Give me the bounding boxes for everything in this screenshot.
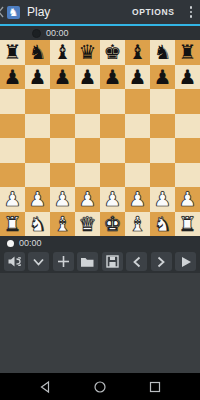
page-title: Play [27,5,132,19]
piece-black-rook: ♜ [4,40,22,64]
square-g2[interactable]: ♟ [150,187,175,212]
square-f1[interactable]: ♝ [125,212,150,237]
white-player-dot [7,240,14,247]
square-b4[interactable] [25,138,50,163]
square-f4[interactable] [125,138,150,163]
square-f7[interactable]: ♟ [125,65,150,90]
piece-white-pawn: ♟ [104,187,122,211]
white-clock: 00:00 [0,236,200,250]
square-c4[interactable] [50,138,75,163]
prev-move-button[interactable] [126,252,147,271]
square-c1[interactable]: ♝ [50,212,75,237]
piece-black-pawn: ♟ [4,65,22,89]
piece-black-king: ♚ [104,40,122,64]
square-e8[interactable]: ♚ [100,40,125,65]
black-player-dot [32,29,41,38]
square-h7[interactable]: ♟ [175,65,200,90]
piece-white-pawn: ♟ [79,187,97,211]
open-game-button[interactable] [77,252,98,271]
square-e5[interactable] [100,114,125,139]
piece-black-pawn: ♟ [29,65,47,89]
volume-button[interactable] [4,252,25,271]
save-floppy-icon [106,255,119,268]
piece-white-knight: ♞ [29,212,47,236]
square-a4[interactable] [0,138,25,163]
square-d6[interactable] [75,89,100,114]
android-nav-bar [0,373,200,400]
square-a8[interactable]: ♜ [0,40,25,65]
square-b1[interactable]: ♞ [25,212,50,237]
square-f2[interactable]: ♟ [125,187,150,212]
piece-white-king: ♚ [104,212,122,236]
square-b2[interactable]: ♟ [25,187,50,212]
square-f8[interactable]: ♝ [125,40,150,65]
new-game-button[interactable] [53,252,74,271]
square-e6[interactable] [100,89,125,114]
square-d3[interactable] [75,163,100,188]
volume-icon [7,255,21,268]
square-g3[interactable] [150,163,175,188]
black-clock-time: 00:00 [46,28,69,38]
square-a7[interactable]: ♟ [0,65,25,90]
square-c3[interactable] [50,163,75,188]
chess-app-screen: ♞ Play OPTIONS 00:00 ♜♞♝♛♚♝♞♜♟♟♟♟♟♟♟♟♟♟♟… [0,0,200,400]
square-a3[interactable] [0,163,25,188]
square-d2[interactable]: ♟ [75,187,100,212]
square-d5[interactable] [75,114,100,139]
square-e4[interactable] [100,138,125,163]
piece-white-pawn: ♟ [29,187,47,211]
square-h5[interactable] [175,114,200,139]
square-g6[interactable] [150,89,175,114]
play-forward-button[interactable] [175,252,196,271]
square-g7[interactable]: ♟ [150,65,175,90]
square-b8[interactable]: ♞ [25,40,50,65]
square-f3[interactable] [125,163,150,188]
piece-black-pawn: ♟ [79,65,97,89]
open-folder-icon [80,256,95,268]
square-d1[interactable]: ♛ [75,212,100,237]
next-move-button[interactable] [151,252,172,271]
square-a5[interactable] [0,114,25,139]
back-triangle-icon[interactable] [38,380,52,394]
piece-white-queen: ♛ [79,212,97,236]
piece-black-bishop: ♝ [54,40,72,64]
next-move-icon [156,256,166,268]
square-g8[interactable]: ♞ [150,40,175,65]
action-bar: ♞ Play OPTIONS [0,0,200,24]
piece-white-bishop: ♝ [129,212,147,236]
square-f6[interactable] [125,89,150,114]
piece-white-pawn: ♟ [54,187,72,211]
save-game-button[interactable] [102,252,123,271]
black-clock: 00:00 [0,26,200,40]
square-f5[interactable] [125,114,150,139]
square-c8[interactable]: ♝ [50,40,75,65]
piece-black-queen: ♛ [79,40,97,64]
square-g1[interactable]: ♞ [150,212,175,237]
options-button[interactable]: OPTIONS [132,7,174,17]
square-h3[interactable] [175,163,200,188]
piece-white-pawn: ♟ [129,187,147,211]
prev-move-icon [132,256,142,268]
chess-board: ♜♞♝♛♚♝♞♜♟♟♟♟♟♟♟♟♟♟♟♟♟♟♟♟♜♞♝♛♚♝♞♜ [0,40,200,236]
play-forward-icon [180,256,192,268]
three-dot-menu-icon[interactable] [188,4,195,20]
piece-black-pawn: ♟ [129,65,147,89]
chess-knight-app-icon[interactable]: ♞ [7,6,20,19]
back-caret-icon[interactable] [0,6,5,18]
piece-white-pawn: ♟ [179,187,197,211]
square-e1[interactable]: ♚ [100,212,125,237]
square-c6[interactable] [50,89,75,114]
square-b7[interactable]: ♟ [25,65,50,90]
square-a2[interactable]: ♟ [0,187,25,212]
square-a6[interactable] [0,89,25,114]
square-d7[interactable]: ♟ [75,65,100,90]
square-h4[interactable] [175,138,200,163]
piece-black-knight: ♞ [29,40,47,64]
piece-black-knight: ♞ [154,40,172,64]
square-h1[interactable]: ♜ [175,212,200,237]
piece-black-pawn: ♟ [54,65,72,89]
square-b6[interactable] [25,89,50,114]
piece-black-bishop: ♝ [129,40,147,64]
square-b5[interactable] [25,114,50,139]
empty-area [0,273,200,373]
piece-white-pawn: ♟ [154,187,172,211]
piece-black-pawn: ♟ [104,65,122,89]
piece-white-pawn: ♟ [4,187,22,211]
home-circle-icon[interactable] [93,380,107,394]
piece-black-pawn: ♟ [179,65,197,89]
piece-white-rook: ♜ [179,212,197,236]
plus-icon [57,255,70,268]
square-e3[interactable] [100,163,125,188]
square-c2[interactable]: ♟ [50,187,75,212]
square-h6[interactable] [175,89,200,114]
piece-white-bishop: ♝ [54,212,72,236]
white-clock-time: 00:00 [19,238,42,248]
square-h2[interactable]: ♟ [175,187,200,212]
square-e7[interactable]: ♟ [100,65,125,90]
game-toolbar [0,250,200,273]
chevron-down-icon [32,257,45,267]
collapse-button[interactable] [28,252,49,271]
square-h8[interactable]: ♜ [175,40,200,65]
square-g4[interactable] [150,138,175,163]
piece-white-rook: ♜ [4,212,22,236]
square-e2[interactable]: ♟ [100,187,125,212]
recents-square-icon[interactable] [148,380,162,394]
square-a1[interactable]: ♜ [0,212,25,237]
piece-black-rook: ♜ [179,40,197,64]
piece-white-knight: ♞ [154,212,172,236]
square-c7[interactable]: ♟ [50,65,75,90]
square-b3[interactable] [25,163,50,188]
square-g5[interactable] [150,114,175,139]
square-c5[interactable] [50,114,75,139]
square-d4[interactable] [75,138,100,163]
square-d8[interactable]: ♛ [75,40,100,65]
piece-black-pawn: ♟ [154,65,172,89]
